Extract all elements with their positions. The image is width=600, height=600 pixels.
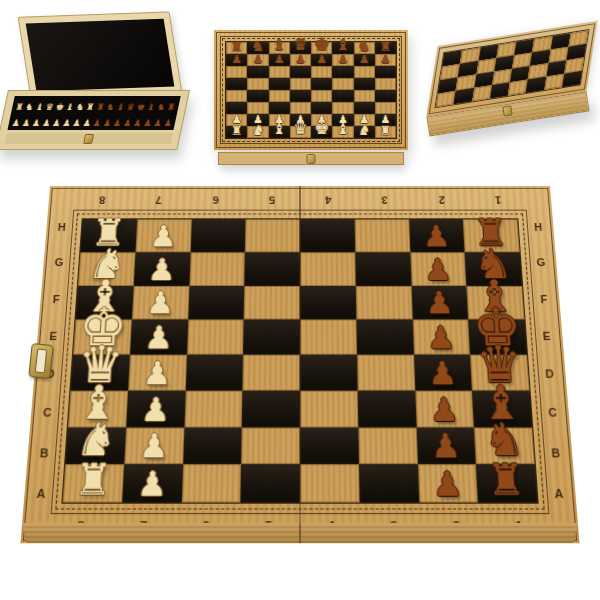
square-c8: ♝ [68, 390, 128, 427]
rank-label: 3 [356, 191, 413, 210]
stored-piece-dark-pawn: ♟ [102, 119, 112, 128]
square-f5 [244, 285, 300, 319]
file-label: F [532, 280, 556, 317]
setup-board-frame: ♜♞♝♛♚♝♞♜♟♟♟♟♟♟♟♟♟♟♟♟♟♟♟♟♜♞♝♛♚♝♞♜ [214, 30, 408, 150]
piece-light-pawn: ♟ [359, 114, 369, 125]
setup-square-e1: ♚ [311, 126, 332, 138]
piece-dark-pawn: ♟ [295, 54, 305, 65]
fold-seam [299, 523, 301, 543]
rank-label: 4 [300, 191, 357, 210]
setup-square-d6 [290, 66, 311, 78]
piece-light-rook: ♜ [380, 124, 392, 137]
square-a6 [181, 464, 241, 502]
setup-square-g8: ♞ [354, 42, 375, 54]
stored-piece-light-pawn: ♟ [72, 119, 82, 128]
setup-square-h3 [375, 102, 396, 114]
stored-piece-dark-knight: ♞ [156, 103, 166, 112]
piece-light-rook: ♜ [73, 458, 113, 501]
setup-square-h7: ♟ [375, 54, 396, 66]
board-side-edge [22, 523, 578, 543]
setup-square-g5 [354, 78, 375, 90]
piece-dark-bishop: ♝ [336, 38, 349, 53]
stored-piece-dark-queen: ♛ [126, 103, 136, 112]
setup-chess-board: ♜♞♝♛♚♝♞♜♟♟♟♟♟♟♟♟♟♟♟♟♟♟♟♟♜♞♝♛♚♝♞♜ [225, 41, 397, 139]
piece-light-pawn: ♟ [144, 323, 174, 354]
piece-dark-pawn: ♟ [359, 54, 369, 65]
square-d1: ♛ [470, 355, 529, 391]
square-e2: ♟ [412, 320, 470, 355]
setup-square-h5 [375, 78, 396, 90]
setup-square-g4 [354, 90, 375, 102]
rank-label: 1 [469, 191, 527, 210]
frame-corner [53, 191, 75, 210]
box-square [562, 71, 582, 87]
piece-dark-pawn: ♟ [317, 54, 327, 65]
setup-square-h6 [375, 66, 396, 78]
file-label: E [535, 317, 559, 355]
open-box-front [5, 133, 173, 144]
piece-light-pawn: ♟ [274, 114, 284, 125]
piece-light-rook: ♜ [231, 124, 243, 137]
setup-square-f3 [332, 102, 353, 114]
piece-dark-pawn: ♟ [232, 54, 242, 65]
stored-piece-dark-pawn: ♟ [112, 119, 122, 128]
piece-light-pawn: ♟ [232, 114, 242, 125]
piece-dark-pawn: ♟ [426, 323, 456, 354]
frame-corner [525, 191, 547, 210]
stored-piece-dark-bishop: ♝ [146, 103, 156, 112]
piece-light-knight: ♞ [358, 123, 371, 137]
piece-dark-pawn: ♟ [424, 255, 453, 285]
setup-square-e8: ♚ [311, 42, 332, 54]
square-b6 [183, 427, 242, 464]
square-b4 [300, 427, 359, 464]
clasp-icon [83, 134, 94, 144]
stored-piece-light-pawn: ♟ [11, 119, 21, 128]
piece-dark-pawn: ♟ [428, 358, 458, 390]
piece-dark-queen: ♛ [293, 37, 307, 53]
setup-square-b4 [247, 90, 268, 102]
piece-dark-knight: ♞ [358, 39, 371, 53]
piece-light-pawn: ♟ [149, 222, 178, 251]
setup-square-a7: ♟ [226, 54, 247, 66]
setup-square-d7: ♟ [290, 54, 311, 66]
setup-square-g2: ♟ [354, 114, 375, 126]
piece-dark-knight: ♞ [252, 39, 265, 53]
stored-piece-dark-rook: ♜ [95, 103, 105, 112]
stored-piece-light-bishop: ♝ [65, 103, 75, 112]
setup-square-c7: ♟ [269, 54, 290, 66]
square-a4 [300, 464, 359, 502]
square-a8: ♜ [62, 464, 123, 502]
stored-pieces-row: ♜♞♝♛♚♝♞♜♜♞♝♛♚♝♞♜ [14, 99, 177, 112]
stored-piece-light-pawn: ♟ [82, 119, 92, 128]
setup-square-a1: ♜ [226, 126, 247, 138]
square-a2: ♟ [417, 464, 478, 502]
setup-square-e2: ♟ [311, 114, 332, 126]
setup-square-f5 [332, 78, 353, 90]
square-g2: ♟ [410, 252, 467, 285]
stored-piece-dark-pawn: ♟ [133, 119, 143, 128]
square-h4 [300, 219, 355, 252]
square-a3 [359, 464, 419, 502]
stored-piece-light-knight: ♞ [75, 103, 85, 112]
rank-label: 8 [73, 191, 131, 210]
square-d4 [300, 355, 357, 391]
square-b8: ♞ [65, 427, 126, 464]
piece-light-pawn: ♟ [142, 358, 172, 390]
square-d5 [243, 355, 300, 391]
setup-square-d5 [290, 78, 311, 90]
stored-piece-light-pawn: ♟ [31, 119, 41, 128]
square-a7: ♟ [122, 464, 183, 502]
piece-dark-pawn: ♟ [422, 222, 451, 251]
stored-piece-light-pawn: ♟ [62, 119, 72, 128]
board-perspective: 87654321 HGFEDCBA ♜♟♟♜♞♟♟♞♝♟♟♝♚♟♟♚♛♟♟♛♝♟… [20, 186, 579, 543]
setup-square-a3 [226, 102, 247, 114]
square-c4 [300, 390, 358, 427]
square-e7: ♟ [130, 320, 188, 355]
square-h7: ♟ [135, 219, 191, 252]
open-box-view: ♜♞♝♛♚♝♞♜♜♞♝♛♚♝♞♜ ♟♟♟♟♟♟♟♟♟♟♟♟♟♟♟♟ [8, 10, 190, 162]
stored-piece-dark-bishop: ♝ [116, 103, 126, 112]
square-e6 [187, 320, 244, 355]
square-b7: ♟ [124, 427, 184, 464]
file-label: B [32, 432, 57, 472]
stored-piece-dark-rook: ♜ [166, 103, 176, 112]
square-b3 [358, 427, 417, 464]
setup-square-c8: ♝ [269, 42, 290, 54]
piece-dark-pawn: ♟ [425, 288, 454, 318]
setup-square-b6 [247, 66, 268, 78]
setup-square-f4 [332, 90, 353, 102]
square-f2: ♟ [411, 285, 468, 319]
file-label: F [44, 280, 68, 317]
square-h1: ♜ [463, 219, 520, 252]
stored-piece-light-rook: ♜ [85, 103, 95, 112]
setup-square-e4 [311, 90, 332, 102]
setup-square-a8: ♜ [226, 42, 247, 54]
stored-piece-light-bishop: ♝ [35, 103, 45, 112]
file-label: A [546, 473, 571, 514]
square-c3 [357, 390, 416, 427]
setup-square-c4 [269, 90, 290, 102]
stored-piece-light-queen: ♛ [45, 103, 55, 112]
setup-square-b8: ♞ [247, 42, 268, 54]
square-h3 [354, 219, 410, 252]
setup-square-g1: ♞ [354, 126, 375, 138]
piece-dark-pawn: ♟ [432, 467, 463, 501]
square-g4 [300, 252, 356, 285]
square-h2: ♟ [409, 219, 465, 252]
square-d7: ♟ [128, 355, 187, 391]
stored-piece-light-pawn: ♟ [21, 119, 31, 128]
setup-square-f1: ♝ [332, 126, 353, 138]
setup-square-g7: ♟ [354, 54, 375, 66]
stored-piece-light-king: ♚ [55, 103, 65, 112]
square-f8: ♝ [75, 285, 133, 319]
square-d6 [185, 355, 243, 391]
setup-square-c3 [269, 102, 290, 114]
file-label: B [543, 432, 568, 472]
piece-dark-pawn: ♟ [429, 393, 459, 426]
square-c7: ♟ [126, 390, 185, 427]
setup-square-g3 [354, 102, 375, 114]
square-a5 [241, 464, 300, 502]
piece-light-pawn: ♟ [317, 114, 327, 125]
piece-light-pawn: ♟ [140, 393, 170, 426]
clasp-icon [28, 343, 53, 379]
stored-piece-light-pawn: ♟ [41, 119, 51, 128]
setup-square-d1: ♛ [290, 126, 311, 138]
piece-light-pawn: ♟ [137, 467, 168, 501]
square-d8: ♛ [70, 355, 129, 391]
stored-piece-dark-pawn: ♟ [92, 119, 102, 128]
clasp-icon [307, 154, 316, 164]
setup-square-g6 [354, 66, 375, 78]
setup-square-b2: ♟ [247, 114, 268, 126]
file-label: C [35, 393, 60, 432]
setup-square-h4 [375, 90, 396, 102]
setup-square-d3 [290, 102, 311, 114]
piece-dark-pawn: ♟ [274, 54, 284, 65]
setup-square-e5 [311, 78, 332, 90]
setup-square-a4 [226, 90, 247, 102]
box-square [436, 91, 456, 107]
rank-label: 5 [243, 191, 300, 210]
setup-square-f2: ♟ [332, 114, 353, 126]
stored-piece-dark-pawn: ♟ [163, 119, 173, 128]
piece-light-pawn: ♟ [146, 288, 175, 318]
setup-square-b3 [247, 102, 268, 114]
stored-piece-dark-knight: ♞ [106, 103, 116, 112]
square-e5 [243, 320, 300, 355]
piece-dark-pawn: ♟ [431, 430, 462, 463]
box-square [472, 85, 492, 101]
setup-square-d2: ♟ [290, 114, 311, 126]
rank-label: 6 [187, 191, 244, 210]
square-g5 [244, 252, 300, 285]
square-c6 [184, 390, 243, 427]
box-square [490, 82, 510, 98]
square-f3 [356, 285, 413, 319]
square-d3 [357, 355, 415, 391]
square-e3 [356, 320, 413, 355]
square-g3 [355, 252, 411, 285]
square-g1: ♞ [465, 252, 522, 285]
setup-square-a6 [226, 66, 247, 78]
piece-dark-pawn: ♟ [253, 54, 263, 65]
piece-dark-pawn: ♟ [380, 54, 390, 65]
square-h5 [245, 219, 300, 252]
setup-square-b5 [247, 78, 268, 90]
setup-board-view: ♜♞♝♛♚♝♞♜♟♟♟♟♟♟♟♟♟♟♟♟♟♟♟♟♜♞♝♛♚♝♞♜ [212, 30, 410, 172]
file-label: A [28, 473, 53, 514]
piece-light-pawn: ♟ [253, 114, 263, 125]
piece-light-pawn: ♟ [139, 430, 170, 463]
box-square [544, 74, 564, 90]
piece-dark-bishop: ♝ [272, 38, 285, 53]
setup-board-border: ♜♞♝♛♚♝♞♜♟♟♟♟♟♟♟♟♟♟♟♟♟♟♟♟♜♞♝♛♚♝♞♜ [220, 36, 402, 144]
square-b1: ♞ [474, 427, 535, 464]
stored-piece-dark-pawn: ♟ [143, 119, 153, 128]
setup-square-a2: ♟ [226, 114, 247, 126]
file-label: G [47, 245, 70, 281]
stored-piece-light-knight: ♞ [25, 103, 35, 112]
piece-dark-rook: ♜ [473, 214, 510, 251]
setup-square-a5 [226, 78, 247, 90]
setup-square-c5 [269, 78, 290, 90]
setup-square-e6 [311, 66, 332, 78]
square-e8: ♚ [73, 320, 132, 355]
open-box-lid [18, 12, 183, 99]
lid-felt [26, 19, 175, 91]
rank-label: 7 [130, 191, 187, 210]
box-square [454, 88, 474, 104]
square-e4 [300, 320, 357, 355]
setup-square-c6 [269, 66, 290, 78]
setup-square-c2: ♟ [269, 114, 290, 126]
base-felt: ♜♞♝♛♚♝♞♜♜♞♝♛♚♝♞♜ ♟♟♟♟♟♟♟♟♟♟♟♟♟♟♟♟ [7, 96, 180, 130]
stored-pieces-row: ♟♟♟♟♟♟♟♟♟♟♟♟♟♟♟♟ [11, 115, 174, 128]
square-f6 [188, 285, 245, 319]
square-g8: ♞ [78, 252, 135, 285]
setup-square-h8: ♜ [375, 42, 396, 54]
rank-label: 2 [413, 191, 470, 210]
fold-seam [299, 186, 301, 543]
setup-board-front [218, 152, 404, 165]
piece-light-rook: ♜ [90, 214, 127, 251]
setup-square-c1: ♝ [269, 126, 290, 138]
setup-square-b7: ♟ [247, 54, 268, 66]
file-label: G [529, 245, 552, 281]
clasp-icon [502, 105, 512, 116]
piece-light-pawn: ♟ [380, 114, 390, 125]
square-f7: ♟ [132, 285, 189, 319]
square-f1: ♝ [467, 285, 525, 319]
square-f4 [300, 285, 356, 319]
square-c5 [242, 390, 300, 427]
piece-light-knight: ♞ [252, 123, 265, 137]
box-square [508, 79, 528, 95]
setup-square-d8: ♛ [290, 42, 311, 54]
square-b2: ♟ [416, 427, 476, 464]
square-h8: ♜ [80, 219, 137, 252]
square-e1: ♚ [468, 320, 527, 355]
stored-piece-dark-king: ♚ [136, 103, 146, 112]
open-box-base: ♜♞♝♛♚♝♞♜♜♞♝♛♚♝♞♜ ♟♟♟♟♟♟♟♟♟♟♟♟♟♟♟♟ [0, 90, 190, 150]
box-square [526, 77, 546, 93]
setup-square-f7: ♟ [332, 54, 353, 66]
square-h6 [190, 219, 246, 252]
product-photo: ♜♞♝♛♚♝♞♜♜♞♝♛♚♝♞♜ ♟♟♟♟♟♟♟♟♟♟♟♟♟♟♟♟ ♜♞♝♛♚♝… [0, 0, 600, 600]
setup-square-h1: ♜ [375, 126, 396, 138]
piece-light-pawn: ♟ [338, 114, 348, 125]
setup-square-e3 [311, 102, 332, 114]
piece-dark-pawn: ♟ [338, 54, 348, 65]
file-label: H [527, 210, 550, 245]
setup-square-f8: ♝ [332, 42, 353, 54]
main-board-view: 87654321 HGFEDCBA ♜♟♟♜♞♟♟♞♝♟♟♝♚♟♟♚♛♟♟♛♝♟… [50, 186, 550, 526]
square-c1: ♝ [472, 390, 532, 427]
stored-piece-light-rook: ♜ [14, 103, 24, 112]
square-g7: ♟ [133, 252, 190, 285]
setup-square-b1: ♞ [247, 126, 268, 138]
piece-dark-king: ♚ [314, 36, 329, 53]
square-g6 [189, 252, 245, 285]
closed-box-view [408, 23, 600, 168]
square-d2: ♟ [413, 355, 472, 391]
file-label: H [50, 210, 73, 245]
piece-dark-rook: ♜ [231, 40, 243, 53]
piece-dark-rook: ♜ [380, 40, 392, 53]
square-c2: ♟ [415, 390, 474, 427]
stored-piece-dark-pawn: ♟ [122, 119, 132, 128]
piece-dark-rook: ♜ [487, 458, 527, 501]
piece-light-pawn: ♟ [295, 114, 305, 125]
board-frame: 87654321 HGFEDCBA ♜♟♟♜♞♟♟♞♝♟♟♝♚♟♟♚♛♟♟♛♝♟… [20, 186, 579, 543]
file-label: D [538, 355, 562, 393]
stored-piece-light-pawn: ♟ [52, 119, 62, 128]
setup-square-f6 [332, 66, 353, 78]
square-b5 [241, 427, 300, 464]
piece-light-pawn: ♟ [147, 255, 176, 285]
file-label: C [540, 393, 565, 432]
setup-square-e7: ♟ [311, 54, 332, 66]
setup-square-d4 [290, 90, 311, 102]
stored-piece-dark-pawn: ♟ [153, 119, 163, 128]
square-a1: ♜ [476, 464, 537, 502]
setup-square-h2: ♟ [375, 114, 396, 126]
